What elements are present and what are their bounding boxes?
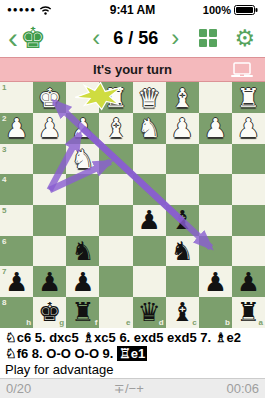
square-h3[interactable]: 3 [0, 144, 33, 175]
square-g8[interactable]: ♚g [33, 297, 66, 328]
next-puzzle-button[interactable]: › [171, 23, 179, 53]
rank-label-3: 3 [2, 145, 6, 154]
square-c6[interactable]: ♞ [166, 236, 199, 267]
square-h1[interactable]: 1 [0, 82, 33, 113]
black-pawn-b7: ♟ [199, 266, 232, 297]
square-a8[interactable]: ♜a [232, 297, 265, 328]
square-h8[interactable]: 8h [0, 297, 33, 328]
square-d5[interactable]: ♟ [133, 205, 166, 236]
black-rook-a8: ♜ [232, 297, 265, 328]
file-label-f: f [95, 318, 98, 327]
white-pawn-a2: ♟ [232, 113, 265, 144]
square-g2[interactable]: ♟ [33, 113, 66, 144]
square-g6[interactable] [33, 236, 66, 267]
file-label-g: g [59, 318, 64, 327]
header: ‹ ♚ ‹ 6 / 56 › ⚙ [0, 20, 265, 57]
turn-message: It's your turn [93, 62, 172, 77]
square-h2[interactable]: ♟2 [0, 113, 33, 144]
square-a6[interactable] [232, 236, 265, 267]
square-c4[interactable] [166, 174, 199, 205]
battery-percent: 100% [203, 4, 231, 16]
square-g4[interactable] [33, 174, 66, 205]
square-e8[interactable]: e [99, 297, 132, 328]
square-b5[interactable] [199, 205, 232, 236]
square-f3[interactable]: ♞ [66, 144, 99, 175]
prev-puzzle-button[interactable]: ‹ [92, 23, 100, 53]
white-queen-d1: ♛ [133, 82, 166, 113]
black-king-g8: ♚ [33, 297, 66, 328]
black-queen-d8: ♛ [133, 297, 166, 328]
square-d8[interactable]: ♛d [133, 297, 166, 328]
square-a1[interactable]: ♜ [232, 82, 265, 113]
chess-board: 1♚♜♛♝♜♟2♟♟♝♞♟♟♟3♞45♟♝6♞♞♟7♟♟♟♟8h♚g♜fe♛d♝… [0, 82, 265, 327]
move-list: ♘c6 5. dxc5 ♗xc5 6. exd5 exd5 7. ♗e2 ♘f6… [0, 328, 265, 364]
white-pawn-g2: ♟ [33, 113, 66, 144]
square-h7[interactable]: ♟7 [0, 266, 33, 297]
square-b2[interactable]: ♟ [199, 113, 232, 144]
white-bishop-c1: ♝ [166, 82, 199, 113]
chess-trainer-app: ●●●●● 9:41 AM 100% ‹ ♚ ‹ 6 / 56 › [0, 0, 265, 398]
square-c1[interactable]: ♝ [166, 82, 199, 113]
status-bar: ●●●●● 9:41 AM 100% [0, 0, 265, 20]
black-pawn-h7: ♟ [0, 266, 33, 297]
file-label-a: a [259, 318, 263, 327]
bottom-bar: 0/20 ∓/−+ 00:06 [0, 378, 265, 398]
square-e6[interactable] [99, 236, 132, 267]
square-d2[interactable]: ♞ [133, 113, 166, 144]
black-pawn-f7: ♟ [66, 266, 99, 297]
black-pawn-g7: ♟ [33, 266, 66, 297]
square-e3[interactable] [99, 144, 132, 175]
rank-label-1: 1 [2, 83, 6, 92]
rank-label-2: 2 [2, 114, 6, 123]
square-f1[interactable] [66, 82, 99, 113]
black-bishop-c5: ♝ [166, 205, 199, 236]
puzzle-counter: 6 / 56 [113, 28, 158, 49]
square-a2[interactable]: ♟ [232, 113, 265, 144]
square-b1[interactable] [199, 82, 232, 113]
file-label-h: h [26, 318, 31, 327]
puzzle-list-icon[interactable] [199, 29, 217, 47]
square-a4[interactable] [232, 174, 265, 205]
white-rook-e1: ♜ [99, 82, 132, 113]
square-f7[interactable]: ♟ [66, 266, 99, 297]
app-logo-king-icon[interactable]: ♚ [20, 23, 46, 53]
computer-analysis-icon[interactable] [230, 62, 254, 78]
square-b3[interactable] [199, 144, 232, 175]
square-a7[interactable]: ♟ [232, 266, 265, 297]
file-label-b: b [225, 318, 230, 327]
square-d3[interactable] [133, 144, 166, 175]
back-button[interactable]: ‹ [8, 23, 18, 53]
square-f4[interactable] [66, 174, 99, 205]
square-e2[interactable]: ♝ [99, 113, 132, 144]
wifi-icon [39, 5, 52, 15]
last-move-highlight[interactable]: ♖e1 [117, 346, 147, 361]
goal-text: Play for advantage [0, 363, 265, 378]
white-pawn-h2: ♟ [0, 113, 33, 144]
square-d4[interactable] [133, 174, 166, 205]
white-pawn-c2: ♟ [166, 113, 199, 144]
black-rook-f8: ♜ [66, 297, 99, 328]
square-g1[interactable]: ♚ [33, 82, 66, 113]
board-area: 1♚♜♛♝♜♟2♟♟♝♞♟♟♟3♞45♟♝6♞♞♟7♟♟♟♟8h♚g♜fe♛d♝… [0, 82, 265, 327]
turn-banner: It's your turn [0, 57, 265, 83]
rank-label-8: 8 [2, 298, 6, 307]
file-label-d: d [159, 318, 164, 327]
black-pawn-d5: ♟ [133, 205, 166, 236]
rank-label-7: 7 [2, 267, 6, 276]
square-e7[interactable] [99, 266, 132, 297]
square-f2[interactable]: ♟ [66, 113, 99, 144]
move-line-1: ♘c6 5. dxc5 ♗xc5 6. exd5 exd5 7. ♗e2 [5, 330, 260, 346]
rank-label-5: 5 [2, 206, 6, 215]
signal-strength-icon: ●●●●● [7, 6, 36, 14]
move-line-2: ♘f6 8. O-O O-O 9. ♖e1 [5, 346, 260, 362]
evaluation-label: ∓/−+ [114, 381, 144, 396]
square-a5[interactable] [232, 205, 265, 236]
file-label-e: e [126, 318, 130, 327]
file-label-c: c [192, 318, 196, 327]
white-pawn-f2: ♟ [66, 113, 99, 144]
square-d7[interactable] [133, 266, 166, 297]
square-c8[interactable]: ♝c [166, 297, 199, 328]
elapsed-time: 00:06 [226, 381, 259, 396]
square-a3[interactable] [232, 144, 265, 175]
square-e5[interactable] [99, 205, 132, 236]
square-f6[interactable]: ♞ [66, 236, 99, 267]
square-d6[interactable] [133, 236, 166, 267]
square-b6[interactable] [199, 236, 232, 267]
square-c3[interactable] [166, 144, 199, 175]
square-c7[interactable] [166, 266, 199, 297]
square-f8[interactable]: ♜f [66, 297, 99, 328]
clock: 9:41 AM [93, 3, 172, 17]
square-b8[interactable]: b [199, 297, 232, 328]
battery-icon [234, 5, 258, 15]
white-pawn-b2: ♟ [199, 113, 232, 144]
square-c5[interactable]: ♝ [166, 205, 199, 236]
square-h6[interactable]: 6 [0, 236, 33, 267]
black-bishop-c8: ♝ [166, 297, 199, 328]
white-king-g1: ♚ [33, 82, 66, 113]
score-counter: 0/20 [6, 381, 31, 396]
square-d1[interactable]: ♛ [133, 82, 166, 113]
black-pawn-a7: ♟ [232, 266, 265, 297]
square-c2[interactable]: ♟ [166, 113, 199, 144]
rank-label-4: 4 [2, 175, 6, 184]
square-h4[interactable]: 4 [0, 174, 33, 205]
settings-gear-icon[interactable]: ⚙ [234, 27, 255, 50]
rank-label-6: 6 [2, 237, 6, 246]
square-h5[interactable]: 5 [0, 205, 33, 236]
white-knight-d2: ♞ [133, 113, 166, 144]
square-g3[interactable] [33, 144, 66, 175]
white-bishop-e2: ♝ [99, 113, 132, 144]
square-e1[interactable]: ♜ [99, 82, 132, 113]
square-b4[interactable] [199, 174, 232, 205]
black-knight-c6: ♞ [166, 236, 199, 267]
white-knight-f3: ♞ [66, 144, 99, 175]
square-f5[interactable] [66, 205, 99, 236]
square-g7[interactable]: ♟ [33, 266, 66, 297]
black-knight-f6: ♞ [66, 236, 99, 267]
square-e4[interactable] [99, 174, 132, 205]
white-rook-a1: ♜ [232, 82, 265, 113]
square-g5[interactable] [33, 205, 66, 236]
square-b7[interactable]: ♟ [199, 266, 232, 297]
